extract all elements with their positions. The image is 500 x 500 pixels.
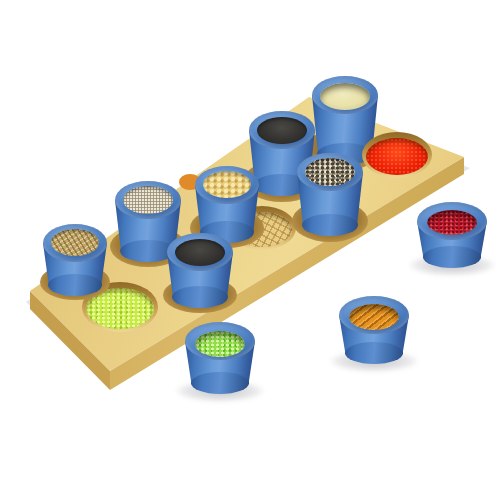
cup-texture-corduroy — [349, 304, 399, 330]
cup-base — [191, 372, 250, 394]
recess-texture-red-felt — [366, 138, 428, 175]
cup-base — [48, 274, 102, 296]
cup-corduroy-orange[interactable] — [339, 296, 409, 364]
cup-texture-burlap — [51, 229, 99, 256]
cup-texture-mesh-white — [123, 186, 173, 214]
cup-tweed-gray[interactable] — [297, 153, 363, 236]
cup-base — [302, 214, 357, 236]
cup-texture-fuzzy-red — [427, 210, 477, 235]
cup-burlap-tan[interactable] — [43, 224, 107, 296]
cup-texture-smooth-cream — [320, 83, 370, 110]
cup-texture-felt-black — [175, 239, 225, 266]
cup-base — [172, 286, 227, 308]
cup-texture-tweed — [305, 158, 355, 186]
cup-base — [345, 342, 404, 364]
recess-red-felt[interactable] — [362, 132, 432, 178]
cup-sponge-green[interactable] — [185, 322, 255, 394]
cup-base — [423, 246, 482, 268]
cup-texture-felt-black — [257, 117, 307, 144]
cup-felt-black-front[interactable] — [167, 233, 233, 308]
cup-honeycomb-yellow[interactable] — [195, 166, 259, 243]
scene — [0, 0, 500, 500]
cup-fuzzy-red[interactable] — [417, 202, 487, 268]
cup-texture-honeycomb — [203, 171, 251, 198]
cup-texture-sponge-green — [195, 331, 245, 357]
